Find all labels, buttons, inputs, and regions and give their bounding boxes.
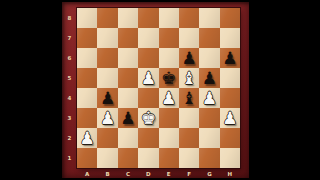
square-a5[interactable] [77,68,97,88]
square-d5[interactable]: ♟ [138,68,158,88]
piece-white-bishop: ♝ [181,68,196,88]
square-c2[interactable] [118,128,138,148]
file-label-c: C [118,170,138,179]
square-g3[interactable] [199,108,219,128]
square-h7[interactable] [220,28,240,48]
square-e4[interactable]: ♟ [159,88,179,108]
square-b3[interactable]: ♟ [97,108,117,128]
square-e3[interactable] [159,108,179,128]
rank-label-6: 6 [63,48,76,68]
square-b2[interactable] [97,128,117,148]
piece-white-pawn: ♟ [222,108,237,128]
square-e1[interactable] [159,148,179,168]
square-d3[interactable]: ♚ [138,108,158,128]
square-b5[interactable] [97,68,117,88]
rank-label-4: 4 [63,88,76,108]
square-e7[interactable] [159,28,179,48]
square-c8[interactable] [118,8,138,28]
piece-black-pawn: ♟ [222,48,237,68]
piece-black-pawn: ♟ [120,108,135,128]
square-c7[interactable] [118,28,138,48]
square-g7[interactable] [199,28,219,48]
rank-label-1: 1 [63,148,76,168]
file-label-h: H [220,170,240,179]
square-h8[interactable] [220,8,240,28]
piece-white-pawn: ♟ [141,68,156,88]
piece-white-pawn: ♟ [161,88,176,108]
square-f8[interactable] [179,8,199,28]
square-h1[interactable] [220,148,240,168]
square-b4[interactable]: ♟ [97,88,117,108]
piece-white-king: ♚ [141,108,156,128]
piece-black-pawn: ♟ [181,48,196,68]
square-b6[interactable] [97,48,117,68]
square-e2[interactable] [159,128,179,148]
rank-label-8: 8 [63,8,76,28]
file-label-b: B [97,170,117,179]
square-a2[interactable]: ♟ [77,128,97,148]
square-f6[interactable]: ♟ [179,48,199,68]
square-d4[interactable] [138,88,158,108]
square-c1[interactable] [118,148,138,168]
square-b1[interactable] [97,148,117,168]
square-g5[interactable]: ♟ [199,68,219,88]
rank-label-7: 7 [63,28,76,48]
file-label-f: F [179,170,199,179]
square-b7[interactable] [97,28,117,48]
square-b8[interactable] [97,8,117,28]
chess-board: ♟♟♟♚♝♟♟♟♝♟♟♟♚♟♟ 87654321 ABCDEFGH [62,2,249,178]
square-a8[interactable] [77,8,97,28]
square-a7[interactable] [77,28,97,48]
square-a6[interactable] [77,48,97,68]
file-label-g: G [199,170,219,179]
rank-label-2: 2 [63,128,76,148]
square-h5[interactable] [220,68,240,88]
file-label-e: E [159,170,179,179]
square-c6[interactable] [118,48,138,68]
square-g4[interactable]: ♟ [199,88,219,108]
file-label-a: A [77,170,97,179]
square-h3[interactable]: ♟ [220,108,240,128]
square-d7[interactable] [138,28,158,48]
square-g2[interactable] [199,128,219,148]
square-e5[interactable]: ♚ [159,68,179,88]
board-squares: ♟♟♟♚♝♟♟♟♝♟♟♟♚♟♟ [77,8,240,168]
square-d2[interactable] [138,128,158,148]
piece-black-king: ♚ [161,68,176,88]
square-f3[interactable] [179,108,199,128]
square-e6[interactable] [159,48,179,68]
rank-label-3: 3 [63,108,76,128]
file-label-d: D [138,170,158,179]
square-g6[interactable] [199,48,219,68]
square-f1[interactable] [179,148,199,168]
piece-white-pawn: ♟ [202,88,217,108]
square-d1[interactable] [138,148,158,168]
square-g8[interactable] [199,8,219,28]
square-e8[interactable] [159,8,179,28]
square-g1[interactable] [199,148,219,168]
square-d8[interactable] [138,8,158,28]
square-c3[interactable]: ♟ [118,108,138,128]
square-f7[interactable] [179,28,199,48]
square-f5[interactable]: ♝ [179,68,199,88]
square-h4[interactable] [220,88,240,108]
rank-label-5: 5 [63,68,76,88]
square-d6[interactable] [138,48,158,68]
square-a3[interactable] [77,108,97,128]
square-f4[interactable]: ♝ [179,88,199,108]
piece-black-pawn: ♟ [202,68,217,88]
square-h2[interactable] [220,128,240,148]
square-c4[interactable] [118,88,138,108]
piece-white-pawn: ♟ [80,128,95,148]
piece-white-pawn: ♟ [100,108,115,128]
piece-black-pawn: ♟ [100,88,115,108]
square-f2[interactable] [179,128,199,148]
square-c5[interactable] [118,68,138,88]
square-a1[interactable] [77,148,97,168]
square-h6[interactable]: ♟ [220,48,240,68]
letterbox-background: ♟♟♟♚♝♟♟♟♝♟♟♟♚♟♟ 87654321 ABCDEFGH [0,0,320,180]
piece-black-bishop: ♝ [181,88,196,108]
square-a4[interactable] [77,88,97,108]
